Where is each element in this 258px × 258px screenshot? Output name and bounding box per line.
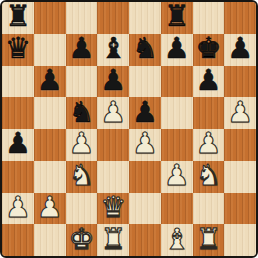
white-bishop-f1[interactable]: ♝ <box>164 225 190 254</box>
white-knight-g3[interactable]: ♞ <box>195 161 221 190</box>
square-c1[interactable]: ♚ <box>66 224 98 256</box>
square-e5[interactable]: ♟ <box>129 97 161 129</box>
white-pawn-d5[interactable]: ♟ <box>100 98 126 127</box>
square-e2[interactable] <box>129 193 161 225</box>
black-pawn-d6[interactable]: ♟ <box>100 66 126 95</box>
square-h4[interactable] <box>224 129 256 161</box>
black-pawn-h7[interactable]: ♟ <box>227 34 253 63</box>
black-rook-a8[interactable]: ♜ <box>5 2 31 31</box>
white-pawn-a2[interactable]: ♟ <box>5 193 31 222</box>
square-h2[interactable] <box>224 193 256 225</box>
chess-board-area: ♜♜♛♟♝♞♟♚♟♟♟♟♞♟♟♟♟♟♟♟♞♟♞♟♟♛♚♜♝♜ <box>0 0 258 258</box>
black-king-g7[interactable]: ♚ <box>195 34 221 63</box>
black-pawn-g6[interactable]: ♟ <box>195 66 221 95</box>
white-pawn-c4[interactable]: ♟ <box>68 129 94 158</box>
square-d3[interactable] <box>97 161 129 193</box>
square-g2[interactable] <box>193 193 225 225</box>
square-a7[interactable]: ♛ <box>2 34 34 66</box>
square-e4[interactable]: ♟ <box>129 129 161 161</box>
square-a2[interactable]: ♟ <box>2 193 34 225</box>
black-knight-c5[interactable]: ♞ <box>68 98 94 127</box>
square-c2[interactable] <box>66 193 98 225</box>
square-g8[interactable] <box>193 2 225 34</box>
square-e3[interactable] <box>129 161 161 193</box>
square-h7[interactable]: ♟ <box>224 34 256 66</box>
black-rook-f8[interactable]: ♜ <box>164 2 190 31</box>
square-g3[interactable]: ♞ <box>193 161 225 193</box>
white-pawn-b2[interactable]: ♟ <box>37 193 63 222</box>
square-c7[interactable]: ♟ <box>66 34 98 66</box>
square-f1[interactable]: ♝ <box>161 224 193 256</box>
square-h3[interactable] <box>224 161 256 193</box>
square-b5[interactable] <box>34 97 66 129</box>
white-knight-c3[interactable]: ♞ <box>68 161 94 190</box>
square-h8[interactable] <box>224 2 256 34</box>
square-h6[interactable] <box>224 66 256 98</box>
square-b6[interactable]: ♟ <box>34 66 66 98</box>
square-e6[interactable] <box>129 66 161 98</box>
square-b3[interactable] <box>34 161 66 193</box>
square-e8[interactable] <box>129 2 161 34</box>
square-f4[interactable] <box>161 129 193 161</box>
square-d5[interactable]: ♟ <box>97 97 129 129</box>
square-g6[interactable]: ♟ <box>193 66 225 98</box>
black-knight-e7[interactable]: ♞ <box>132 34 158 63</box>
square-f8[interactable]: ♜ <box>161 2 193 34</box>
square-a4[interactable]: ♟ <box>2 129 34 161</box>
square-g5[interactable] <box>193 97 225 129</box>
square-h5[interactable]: ♟ <box>224 97 256 129</box>
square-g7[interactable]: ♚ <box>193 34 225 66</box>
white-pawn-f3[interactable]: ♟ <box>164 161 190 190</box>
white-rook-d1[interactable]: ♜ <box>100 225 126 254</box>
square-f2[interactable] <box>161 193 193 225</box>
white-pawn-e4[interactable]: ♟ <box>132 129 158 158</box>
white-king-c1[interactable]: ♚ <box>68 225 94 254</box>
square-h1[interactable] <box>224 224 256 256</box>
square-g4[interactable]: ♟ <box>193 129 225 161</box>
white-pawn-g4[interactable]: ♟ <box>195 129 221 158</box>
square-c4[interactable]: ♟ <box>66 129 98 161</box>
square-d6[interactable]: ♟ <box>97 66 129 98</box>
black-queen-a7[interactable]: ♛ <box>5 34 31 63</box>
black-pawn-f7[interactable]: ♟ <box>164 34 190 63</box>
black-pawn-c7[interactable]: ♟ <box>68 34 94 63</box>
square-d7[interactable]: ♝ <box>97 34 129 66</box>
black-pawn-b6[interactable]: ♟ <box>37 66 63 95</box>
black-bishop-d7[interactable]: ♝ <box>100 34 126 63</box>
square-c6[interactable] <box>66 66 98 98</box>
square-b7[interactable] <box>34 34 66 66</box>
square-f3[interactable]: ♟ <box>161 161 193 193</box>
square-d4[interactable] <box>97 129 129 161</box>
white-rook-g1[interactable]: ♜ <box>195 225 221 254</box>
square-f5[interactable] <box>161 97 193 129</box>
square-b4[interactable] <box>34 129 66 161</box>
square-a3[interactable] <box>2 161 34 193</box>
black-pawn-a4[interactable]: ♟ <box>5 129 31 158</box>
square-e7[interactable]: ♞ <box>129 34 161 66</box>
square-f6[interactable] <box>161 66 193 98</box>
square-a1[interactable] <box>2 224 34 256</box>
square-d8[interactable] <box>97 2 129 34</box>
square-a6[interactable] <box>2 66 34 98</box>
square-c5[interactable]: ♞ <box>66 97 98 129</box>
square-b2[interactable]: ♟ <box>34 193 66 225</box>
square-b1[interactable] <box>34 224 66 256</box>
chess-board: ♜♜♛♟♝♞♟♚♟♟♟♟♞♟♟♟♟♟♟♟♞♟♞♟♟♛♚♜♝♜ <box>0 0 258 258</box>
square-b8[interactable] <box>34 2 66 34</box>
square-c8[interactable] <box>66 2 98 34</box>
white-pawn-h5[interactable]: ♟ <box>227 98 253 127</box>
square-c3[interactable]: ♞ <box>66 161 98 193</box>
square-d1[interactable]: ♜ <box>97 224 129 256</box>
square-e1[interactable] <box>129 224 161 256</box>
white-queen-d2[interactable]: ♛ <box>100 193 126 222</box>
square-f7[interactable]: ♟ <box>161 34 193 66</box>
square-a5[interactable] <box>2 97 34 129</box>
square-g1[interactable]: ♜ <box>193 224 225 256</box>
square-d2[interactable]: ♛ <box>97 193 129 225</box>
square-a8[interactable]: ♜ <box>2 2 34 34</box>
black-pawn-e5[interactable]: ♟ <box>132 98 158 127</box>
